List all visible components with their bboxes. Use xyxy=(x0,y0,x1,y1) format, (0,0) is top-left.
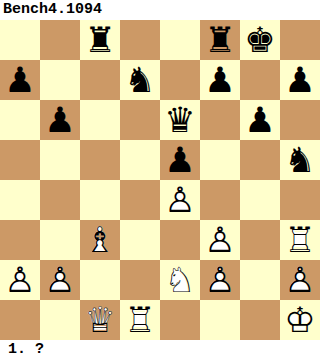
square-b1[interactable] xyxy=(40,300,80,340)
square-b8[interactable] xyxy=(40,20,80,60)
square-c7[interactable] xyxy=(80,60,120,100)
piece-white-king: ♚♔ xyxy=(280,300,320,340)
square-a3[interactable] xyxy=(0,220,40,260)
piece-glyph: ♟ xyxy=(280,60,320,100)
piece-glyph: ♜ xyxy=(80,20,120,60)
square-c6[interactable] xyxy=(80,100,120,140)
piece-outline-layer: ♙ xyxy=(280,260,320,300)
piece-black-pawn: ♟ xyxy=(200,60,240,100)
piece-outline-layer: ♖ xyxy=(120,300,160,340)
square-f1[interactable] xyxy=(200,300,240,340)
square-c5[interactable] xyxy=(80,140,120,180)
piece-outline-layer: ♘ xyxy=(160,260,200,300)
piece-glyph: ♞ xyxy=(280,140,320,180)
piece-outline-layer: ♙ xyxy=(160,180,200,220)
piece-glyph: ♟ xyxy=(240,100,280,140)
square-d3[interactable] xyxy=(120,220,160,260)
square-d1[interactable]: ♜♖ xyxy=(120,300,160,340)
square-c2[interactable] xyxy=(80,260,120,300)
square-f2[interactable]: ♟♙ xyxy=(200,260,240,300)
piece-white-pawn: ♟♙ xyxy=(160,180,200,220)
square-e2[interactable]: ♞♘ xyxy=(160,260,200,300)
square-a2[interactable]: ♟♙ xyxy=(0,260,40,300)
square-g5[interactable] xyxy=(240,140,280,180)
square-f7[interactable]: ♟ xyxy=(200,60,240,100)
square-h1[interactable]: ♚♔ xyxy=(280,300,320,340)
piece-white-pawn: ♟♙ xyxy=(40,260,80,300)
square-c8[interactable]: ♜ xyxy=(80,20,120,60)
piece-glyph: ♟ xyxy=(160,140,200,180)
square-g2[interactable] xyxy=(240,260,280,300)
square-g4[interactable] xyxy=(240,180,280,220)
square-e4[interactable]: ♟♙ xyxy=(160,180,200,220)
piece-white-rook: ♜♖ xyxy=(120,300,160,340)
piece-glyph: ♛ xyxy=(160,100,200,140)
square-h2[interactable]: ♟♙ xyxy=(280,260,320,300)
piece-glyph: ♟ xyxy=(0,60,40,100)
square-d6[interactable] xyxy=(120,100,160,140)
piece-black-pawn: ♟ xyxy=(160,140,200,180)
piece-outline-layer: ♕ xyxy=(80,300,120,340)
square-f5[interactable] xyxy=(200,140,240,180)
chessboard: ♜♜♚♟♞♟♟♟♛♟♟♞♟♙♝♗♟♙♜♖♟♙♟♙♞♘♟♙♟♙♛♕♜♖♚♔ xyxy=(0,20,320,340)
piece-outline-layer: ♖ xyxy=(280,220,320,260)
square-b6[interactable]: ♟ xyxy=(40,100,80,140)
square-a7[interactable]: ♟ xyxy=(0,60,40,100)
square-f6[interactable] xyxy=(200,100,240,140)
piece-white-pawn: ♟♙ xyxy=(280,260,320,300)
square-a8[interactable] xyxy=(0,20,40,60)
diagram-title: Bench4.1094 xyxy=(0,0,320,20)
square-e7[interactable] xyxy=(160,60,200,100)
square-e3[interactable] xyxy=(160,220,200,260)
piece-outline-layer: ♙ xyxy=(200,260,240,300)
square-a6[interactable] xyxy=(0,100,40,140)
square-d7[interactable]: ♞ xyxy=(120,60,160,100)
piece-glyph: ♟ xyxy=(200,60,240,100)
piece-black-pawn: ♟ xyxy=(0,60,40,100)
piece-glyph: ♚ xyxy=(240,20,280,60)
piece-white-queen: ♛♕ xyxy=(80,300,120,340)
piece-white-bishop: ♝♗ xyxy=(80,220,120,260)
square-c4[interactable] xyxy=(80,180,120,220)
piece-white-pawn: ♟♙ xyxy=(200,260,240,300)
square-g1[interactable] xyxy=(240,300,280,340)
piece-black-rook: ♜ xyxy=(80,20,120,60)
square-b7[interactable] xyxy=(40,60,80,100)
square-f3[interactable]: ♟♙ xyxy=(200,220,240,260)
piece-black-pawn: ♟ xyxy=(240,100,280,140)
square-e5[interactable]: ♟ xyxy=(160,140,200,180)
piece-outline-layer: ♗ xyxy=(80,220,120,260)
square-d4[interactable] xyxy=(120,180,160,220)
piece-white-rook: ♜♖ xyxy=(280,220,320,260)
piece-black-knight: ♞ xyxy=(120,60,160,100)
piece-glyph: ♞ xyxy=(120,60,160,100)
square-e6[interactable]: ♛ xyxy=(160,100,200,140)
piece-white-knight: ♞♘ xyxy=(160,260,200,300)
square-f4[interactable] xyxy=(200,180,240,220)
square-d2[interactable] xyxy=(120,260,160,300)
square-h5[interactable]: ♞ xyxy=(280,140,320,180)
piece-black-knight: ♞ xyxy=(280,140,320,180)
square-e8[interactable] xyxy=(160,20,200,60)
move-prompt: 1. ? xyxy=(0,340,320,360)
piece-black-pawn: ♟ xyxy=(280,60,320,100)
square-h3[interactable]: ♜♖ xyxy=(280,220,320,260)
square-g3[interactable] xyxy=(240,220,280,260)
square-c3[interactable]: ♝♗ xyxy=(80,220,120,260)
square-d8[interactable] xyxy=(120,20,160,60)
square-h8[interactable] xyxy=(280,20,320,60)
square-a4[interactable] xyxy=(0,180,40,220)
square-a5[interactable] xyxy=(0,140,40,180)
piece-outline-layer: ♙ xyxy=(0,260,40,300)
square-h6[interactable] xyxy=(280,100,320,140)
square-b4[interactable] xyxy=(40,180,80,220)
square-b2[interactable]: ♟♙ xyxy=(40,260,80,300)
square-f8[interactable]: ♜ xyxy=(200,20,240,60)
square-c1[interactable]: ♛♕ xyxy=(80,300,120,340)
square-d5[interactable] xyxy=(120,140,160,180)
chess-diagram-window: Bench4.1094 ♜♜♚♟♞♟♟♟♛♟♟♞♟♙♝♗♟♙♜♖♟♙♟♙♞♘♟♙… xyxy=(0,0,320,360)
square-a1[interactable] xyxy=(0,300,40,340)
piece-black-queen: ♛ xyxy=(160,100,200,140)
square-h4[interactable] xyxy=(280,180,320,220)
square-g7[interactable] xyxy=(240,60,280,100)
piece-outline-layer: ♔ xyxy=(280,300,320,340)
square-g6[interactable]: ♟ xyxy=(240,100,280,140)
piece-glyph: ♟ xyxy=(40,100,80,140)
piece-black-rook: ♜ xyxy=(200,20,240,60)
piece-white-pawn: ♟♙ xyxy=(0,260,40,300)
piece-black-king: ♚ xyxy=(240,20,280,60)
square-b5[interactable] xyxy=(40,140,80,180)
square-e1[interactable] xyxy=(160,300,200,340)
piece-black-pawn: ♟ xyxy=(40,100,80,140)
piece-glyph: ♜ xyxy=(200,20,240,60)
square-h7[interactable]: ♟ xyxy=(280,60,320,100)
piece-white-pawn: ♟♙ xyxy=(200,220,240,260)
square-g8[interactable]: ♚ xyxy=(240,20,280,60)
piece-outline-layer: ♙ xyxy=(200,220,240,260)
piece-outline-layer: ♙ xyxy=(40,260,80,300)
square-b3[interactable] xyxy=(40,220,80,260)
